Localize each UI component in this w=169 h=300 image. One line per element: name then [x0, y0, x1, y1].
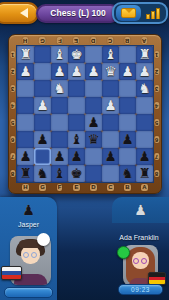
white-pawn: ♟ [138, 63, 150, 80]
square-c5[interactable] [102, 114, 119, 131]
back-button[interactable] [0, 2, 39, 24]
square-g8[interactable]: ♞ [34, 165, 51, 182]
black-rook: ♜ [19, 165, 31, 182]
black-bishop: ♝ [70, 131, 82, 148]
square-b6[interactable]: ♟ [119, 131, 136, 148]
white-pawn: ♟ [104, 97, 116, 114]
status-badge-jasper [37, 233, 50, 246]
square-a5[interactable] [136, 114, 153, 131]
header-icon-group [112, 2, 168, 24]
black-queen: ♛ [87, 131, 99, 148]
square-e6[interactable]: ♝ [68, 131, 85, 148]
square-h1[interactable]: ♜ [17, 46, 34, 63]
square-c8[interactable] [102, 165, 119, 182]
square-h3[interactable] [17, 80, 34, 97]
status-badge-ada [117, 246, 130, 259]
black-bishop: ♝ [53, 165, 65, 182]
square-g2[interactable] [34, 63, 51, 80]
square-h8[interactable]: ♜ [17, 165, 34, 182]
square-c1[interactable]: ♝ [102, 46, 119, 63]
white-king: ♚ [70, 46, 82, 63]
square-a2[interactable]: ♟ [136, 63, 153, 80]
white-knight: ♞ [53, 80, 65, 97]
black-pawn: ♟ [70, 148, 82, 165]
square-a6[interactable] [136, 131, 153, 148]
white-rook: ♜ [138, 46, 150, 63]
square-e1[interactable]: ♚ [68, 46, 85, 63]
square-c3[interactable] [102, 80, 119, 97]
white-bishop: ♝ [104, 46, 116, 63]
back-chevron-icon [20, 8, 28, 18]
rank-labels-right: 12345678 [153, 46, 161, 182]
avatar-glasses [133, 258, 147, 264]
square-b7[interactable] [119, 148, 136, 165]
square-d1[interactable] [85, 46, 102, 63]
square-g1[interactable] [34, 46, 51, 63]
white-pawn: ♟ [53, 63, 65, 80]
black-knight: ♞ [121, 165, 133, 182]
black-pawn: ♟ [104, 148, 116, 165]
black-king: ♚ [70, 165, 82, 182]
square-d4[interactable] [85, 97, 102, 114]
player-name-ada: Ada Franklin [108, 234, 169, 241]
square-b2[interactable]: ♟ [119, 63, 136, 80]
square-b1[interactable] [119, 46, 136, 63]
square-e8[interactable]: ♚ [68, 165, 85, 182]
black-rook: ♜ [138, 165, 150, 182]
avatar-glasses [23, 252, 37, 258]
white-pawn: ♟ [70, 63, 82, 80]
game-title-pill: Chess (L) 100 [36, 4, 120, 23]
square-g6[interactable]: ♟ [34, 131, 51, 148]
square-f6[interactable] [51, 131, 68, 148]
square-b5[interactable] [119, 114, 136, 131]
square-d5[interactable]: ♟ [85, 114, 102, 131]
square-c4[interactable]: ♟ [102, 97, 119, 114]
black-pawn: ♟ [19, 148, 31, 165]
player-card-ada: ♟ [112, 197, 169, 223]
black-pawn: ♟ [36, 131, 48, 148]
mail-envelope-icon [121, 8, 136, 18]
square-g3[interactable] [34, 80, 51, 97]
white-pawn-icon: ♟ [112, 202, 169, 218]
chess-app-screen: Chess (L) 100 HGFEDCBA 12345678 12345678… [0, 0, 169, 300]
square-d6[interactable]: ♛ [85, 131, 102, 148]
square-d3[interactable] [85, 80, 102, 97]
square-e4[interactable] [68, 97, 85, 114]
square-h4[interactable] [17, 97, 34, 114]
timer-jasper [4, 287, 53, 298]
black-pawn-icon: ♟ [0, 202, 57, 218]
white-pawn: ♟ [121, 63, 133, 80]
black-pawn: ♟ [53, 148, 65, 165]
white-knight: ♞ [138, 80, 150, 97]
square-h2[interactable]: ♟ [17, 63, 34, 80]
square-b8[interactable]: ♞ [119, 165, 136, 182]
bar-chart-icon [146, 14, 150, 19]
white-pawn: ♟ [19, 63, 31, 80]
rank-labels-left: 12345678 [9, 46, 17, 182]
square-h5[interactable] [17, 114, 34, 131]
white-bishop: ♝ [53, 46, 65, 63]
square-h7[interactable]: ♟ [17, 148, 34, 165]
square-g7[interactable] [34, 148, 51, 165]
file-labels-bottom: HGFEDCBA [17, 182, 153, 192]
square-c2[interactable]: ♛ [102, 63, 119, 80]
square-f4[interactable] [51, 97, 68, 114]
square-a4[interactable] [136, 97, 153, 114]
square-f7[interactable]: ♟ [51, 148, 68, 165]
square-f5[interactable] [51, 114, 68, 131]
square-c7[interactable]: ♟ [102, 148, 119, 165]
white-rook: ♜ [19, 46, 31, 63]
black-pawn: ♟ [121, 131, 133, 148]
chess-board: HGFEDCBA 12345678 12345678 HGFEDCBA ♜♝♚♝… [8, 34, 162, 194]
square-f2[interactable]: ♟ [51, 63, 68, 80]
square-b4[interactable] [119, 97, 136, 114]
square-a1[interactable]: ♜ [136, 46, 153, 63]
square-b3[interactable] [119, 80, 136, 97]
timer-ada: 09:23 [118, 284, 163, 295]
square-e2[interactable]: ♟ [68, 63, 85, 80]
square-f3[interactable]: ♞ [51, 80, 68, 97]
square-g4[interactable]: ♟ [34, 97, 51, 114]
black-pawn: ♟ [87, 114, 99, 131]
black-pawn: ♟ [138, 148, 150, 165]
square-a3[interactable]: ♞ [136, 80, 153, 97]
square-e5[interactable] [68, 114, 85, 131]
white-pawn: ♟ [36, 97, 48, 114]
russia-flag-icon [1, 266, 22, 280]
square-g5[interactable] [34, 114, 51, 131]
board-squares: ♜♝♚♝♜♟♟♟♟♛♟♟♞♞♟♟♟♟♝♛♟♟♟♟♟♟♜♞♝♚♞♜ [17, 46, 153, 182]
square-d7[interactable] [85, 148, 102, 165]
square-d2[interactable]: ♟ [85, 63, 102, 80]
square-h6[interactable] [17, 131, 34, 148]
stats-button[interactable] [141, 4, 165, 22]
black-knight: ♞ [36, 165, 48, 182]
file-labels-top: HGFEDCBA [17, 36, 153, 45]
square-f1[interactable]: ♝ [51, 46, 68, 63]
square-e7[interactable]: ♟ [68, 148, 85, 165]
messages-button[interactable] [116, 5, 141, 21]
square-f8[interactable]: ♝ [51, 165, 68, 182]
square-e3[interactable] [68, 80, 85, 97]
square-a8[interactable]: ♜ [136, 165, 153, 182]
square-c6[interactable] [102, 131, 119, 148]
square-d8[interactable] [85, 165, 102, 182]
white-pawn: ♟ [87, 63, 99, 80]
white-queen: ♛ [104, 63, 116, 80]
player-name-jasper: Jasper [0, 221, 57, 228]
square-a7[interactable]: ♟ [136, 148, 153, 165]
